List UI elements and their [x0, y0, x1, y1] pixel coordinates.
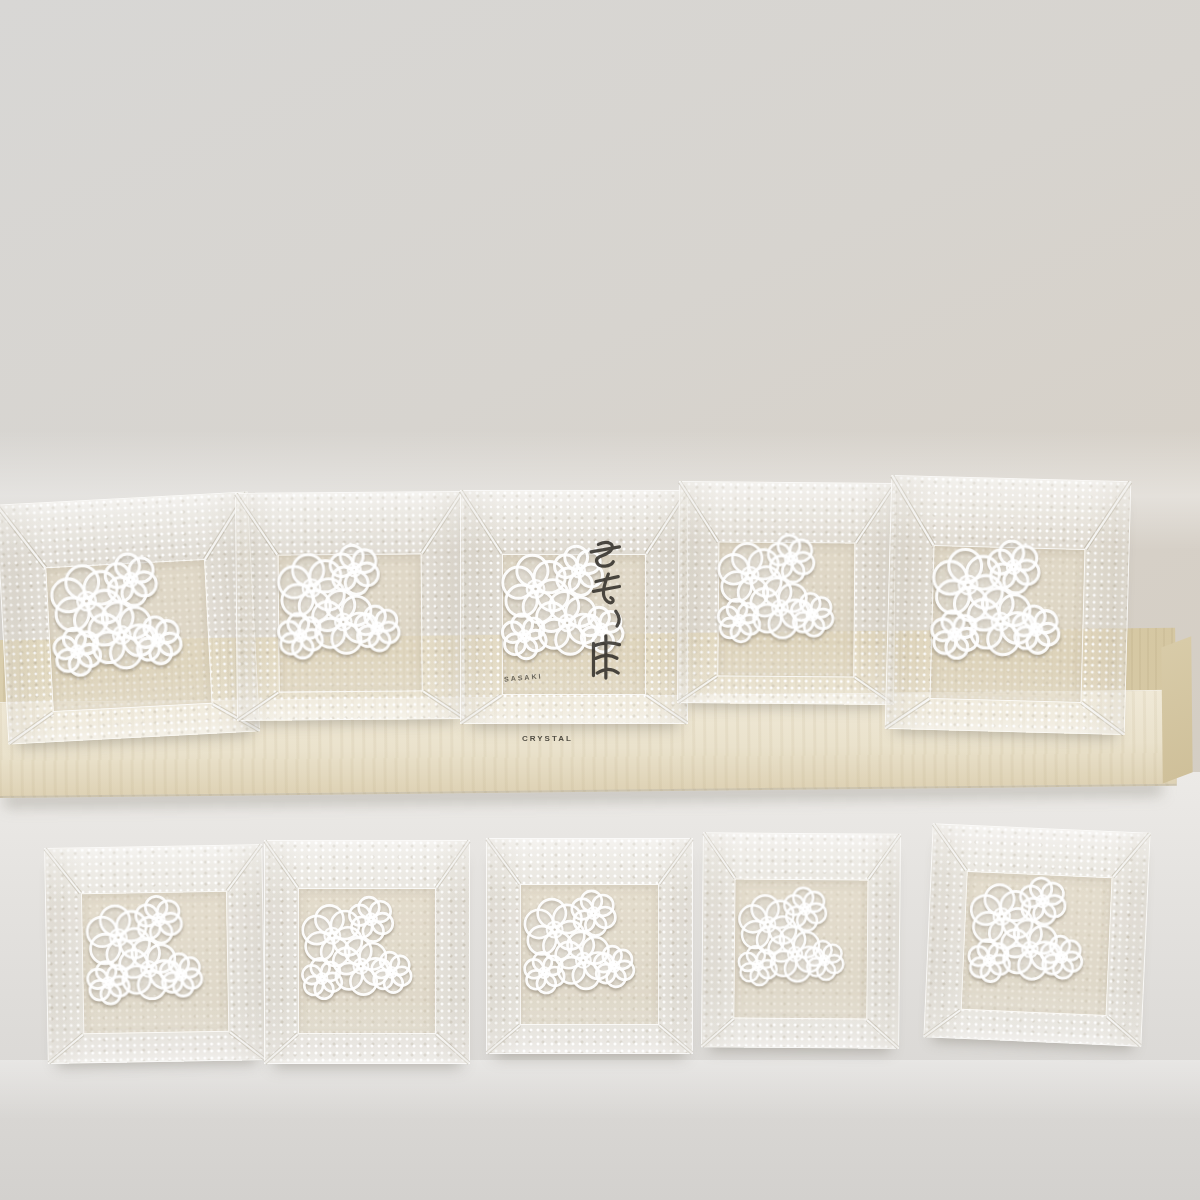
glass-dish-bottom-2	[264, 840, 470, 1064]
dish-floor	[960, 870, 1113, 1016]
glass-dish-bottom-3	[486, 838, 693, 1054]
glass-dish-top-5	[885, 475, 1132, 735]
glass-dish-top-2	[235, 491, 465, 721]
glass-dish-bottom-5	[923, 823, 1150, 1046]
dish-floor	[717, 542, 856, 677]
glass-dish-top-3: SASAKICRYSTAL	[460, 490, 688, 724]
dish-floor	[277, 553, 423, 692]
product-photo: SASAKICRYSTAL	[0, 0, 1200, 1200]
crystal-print: CRYSTAL	[522, 735, 573, 743]
glass-dish-bottom-4	[701, 832, 901, 1049]
table-sheen	[0, 1060, 1200, 1120]
glass-dish-top-4	[677, 481, 896, 705]
dish-floor	[929, 545, 1085, 703]
dish-floor	[520, 884, 659, 1025]
dish-floor	[45, 559, 212, 712]
glass-dish-top-1	[0, 492, 260, 745]
dish-floor	[80, 891, 229, 1035]
glass-dish-bottom-1	[44, 844, 266, 1064]
wooden-box-end-face	[1161, 636, 1192, 783]
dish-floor	[298, 888, 437, 1035]
dish-floor	[734, 878, 869, 1020]
